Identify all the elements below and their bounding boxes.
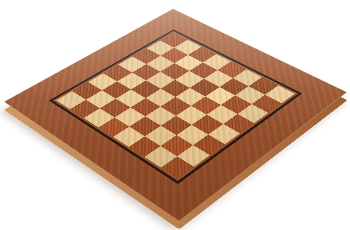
product-photo-background xyxy=(0,0,350,230)
board-grid xyxy=(56,32,295,178)
chess-board xyxy=(4,8,347,221)
camera-roll-wrapper xyxy=(0,0,350,230)
